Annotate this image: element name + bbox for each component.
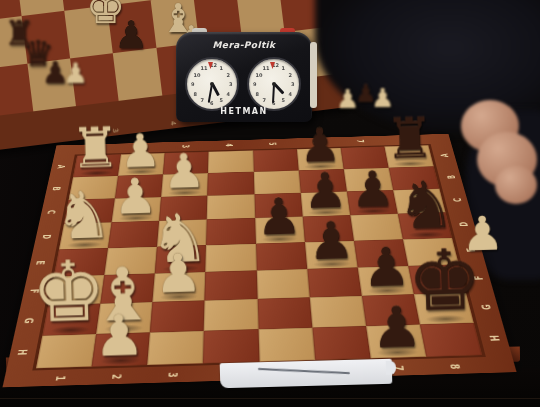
square-h4 [203,329,259,363]
square-c4 [207,194,255,219]
rank-label-bottom-8: 8 [447,364,461,370]
rank-label-bottom-2: 2 [110,374,123,380]
square-h5 [258,328,315,362]
black-pawn-h7: ♟ [371,299,423,357]
black-rook-a8: ♜ [385,111,436,167]
dial-number-1: 1 [282,65,285,71]
square-h2: ♟ [92,332,150,366]
square-f3: ♟ [153,272,206,302]
black-pawn-e6: ♟ [307,215,355,268]
square-b3: ♟ [161,173,208,197]
file-label-left-a: A [56,165,67,169]
hand-finger [495,166,537,204]
square-d5: ♟ [255,217,305,244]
tournament-photo-scene: DEF345 ♚♟♝♟ ♜♛♟♟ Mera-Poltik 12123456789… [0,0,540,407]
clock-case-edge [310,42,317,108]
square-d4 [206,218,255,245]
square-h8 [420,323,482,357]
dial-pivot [272,82,276,86]
square-g4 [204,299,258,331]
square-h3 [148,331,205,365]
file-label-left-h: H [15,349,29,355]
square-h6 [312,326,371,360]
square-f7: ♟ [358,266,414,296]
file-label-right-h: H [488,335,502,341]
square-g6 [309,296,366,328]
square-h7: ♟ [366,324,426,358]
square-h1 [36,334,96,368]
dial-number-4: 4 [226,91,229,97]
white-knight-d1: ♞ [53,182,113,249]
dial-number-11: 11 [263,65,270,71]
rank-label-bottom-1: 1 [53,375,67,381]
black-pawn-f7: ♟ [362,240,411,294]
dial-number-10: 10 [194,72,201,78]
dial-number-1: 1 [220,65,223,71]
table-edge-line [0,398,540,399]
dial-number-11: 11 [201,65,208,71]
dial-number-9: 9 [253,81,256,87]
pen [258,368,350,374]
dial-number-10: 10 [256,72,263,78]
dial-number-5: 5 [220,97,223,103]
white-pawn-f3: ♟ [154,246,203,300]
dial-number-5: 5 [282,97,285,103]
black-knight-d8: ♞ [396,172,456,239]
dial-number-6: 6 [210,100,213,106]
square-e6: ♟ [305,241,358,269]
square-f6 [307,267,362,297]
square-g3 [150,300,205,332]
clock-badge-label: HETMAN [176,107,312,116]
file-label-left-d: D [40,234,52,239]
board-grid: ♜♟♟♜♟♟♟♟♞♟♞♞♟♟♟♚♝♚♟♟ [36,145,482,368]
square-b4 [208,172,254,196]
square-c7: ♟ [347,190,398,215]
rank-label-top-4: 4 [224,143,234,146]
file-label-right-a: A [440,153,451,157]
clock-dial-left: 121234567891011 [185,57,239,111]
black-pawn-c6: ♟ [303,166,348,216]
white-pawn-h2: ♟ [93,307,145,365]
rank-label-top-7: 7 [355,139,365,142]
black-pawn-c7: ♟ [351,165,396,215]
rank-label-top-5: 5 [268,142,278,145]
dial-number-4: 4 [288,91,291,97]
square-e5 [256,242,307,270]
black-pawn-d5: ♟ [256,191,302,242]
dial-number-3: 3 [291,81,294,87]
square-f5 [256,269,309,299]
rank-label-bottom-3: 3 [166,372,179,378]
square-a4 [208,150,253,173]
dial-number-9: 9 [191,81,194,87]
square-g8: ♚ [414,293,474,325]
chess-clock: Mera-Poltik 121234567891011 121234567891… [176,32,312,122]
main-board: ♜♟♟♜♟♟♟♟♞♟♞♞♟♟♟♚♝♚♟♟AABBCCDDEEFFGGHH1122… [2,134,516,388]
dial-pivot [210,82,214,86]
dial-number-2: 2 [288,72,291,78]
square-e4 [206,244,257,272]
dial-number-7: 7 [263,97,266,103]
clock-dial-right: 121234567891011 [247,57,301,111]
dial-number-7: 7 [201,97,204,103]
dial-number-2: 2 [226,72,229,78]
dial-number-8: 8 [256,91,259,97]
dial-number-8: 8 [194,91,197,97]
square-f4 [205,270,257,300]
square-a5 [253,149,299,172]
scoresheet-paper [220,359,393,388]
clock-brand-label: Mera-Poltik [176,40,312,50]
square-g5 [257,297,312,329]
white-pawn-b3: ♟ [162,148,206,196]
dial-number-3: 3 [229,81,232,87]
